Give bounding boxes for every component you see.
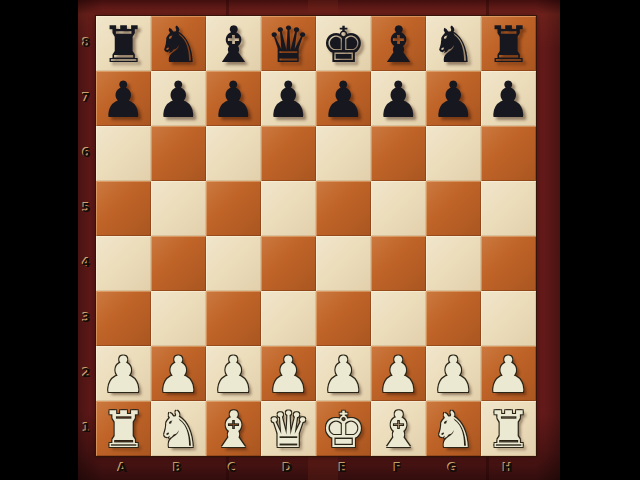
piece-white-bishop[interactable]: ♝ (376, 405, 421, 455)
piece-white-knight[interactable]: ♞ (156, 405, 201, 455)
rank-label-5: 5 (78, 180, 95, 235)
square-d1[interactable]: ♛ (261, 401, 316, 456)
square-g3[interactable] (426, 291, 481, 346)
piece-white-knight[interactable]: ♞ (431, 405, 476, 455)
piece-black-pawn[interactable]: ♟ (266, 75, 311, 125)
piece-white-pawn[interactable]: ♟ (101, 350, 146, 400)
rank-label-1: 1 (78, 400, 95, 455)
square-d8[interactable]: ♛ (261, 16, 316, 71)
file-label-d: D (260, 455, 315, 480)
square-g5[interactable] (426, 181, 481, 236)
piece-black-bishop[interactable]: ♝ (376, 20, 421, 70)
piece-black-rook[interactable]: ♜ (101, 20, 146, 70)
square-d5[interactable] (261, 181, 316, 236)
square-a4[interactable] (96, 236, 151, 291)
rank-label-7: 7 (78, 70, 95, 125)
piece-white-pawn[interactable]: ♟ (211, 350, 256, 400)
square-f1[interactable]: ♝ (371, 401, 426, 456)
square-g6[interactable] (426, 126, 481, 181)
square-g8[interactable]: ♞ (426, 16, 481, 71)
square-f6[interactable] (371, 126, 426, 181)
piece-black-knight[interactable]: ♞ (156, 20, 201, 70)
square-d6[interactable] (261, 126, 316, 181)
file-label-g: G (425, 455, 480, 480)
piece-white-pawn[interactable]: ♟ (156, 350, 201, 400)
square-b3[interactable] (151, 291, 206, 346)
piece-black-pawn[interactable]: ♟ (376, 75, 421, 125)
square-c7[interactable]: ♟ (206, 71, 261, 126)
square-e6[interactable] (316, 126, 371, 181)
square-b5[interactable] (151, 181, 206, 236)
file-label-c: C (205, 455, 260, 480)
piece-black-pawn[interactable]: ♟ (431, 75, 476, 125)
piece-white-pawn[interactable]: ♟ (376, 350, 421, 400)
square-a7[interactable]: ♟ (96, 71, 151, 126)
rank-label-3: 3 (78, 290, 95, 345)
square-c1[interactable]: ♝ (206, 401, 261, 456)
rank-label-4: 4 (78, 235, 95, 290)
square-h4[interactable] (481, 236, 536, 291)
piece-white-pawn[interactable]: ♟ (431, 350, 476, 400)
piece-black-pawn[interactable]: ♟ (101, 75, 146, 125)
square-f2[interactable]: ♟ (371, 346, 426, 401)
file-label-e: E (315, 455, 370, 480)
piece-white-king[interactable]: ♚ (321, 405, 366, 455)
square-h6[interactable] (481, 126, 536, 181)
square-a2[interactable]: ♟ (96, 346, 151, 401)
square-e5[interactable] (316, 181, 371, 236)
square-a1[interactable]: ♜ (96, 401, 151, 456)
piece-black-pawn[interactable]: ♟ (211, 75, 256, 125)
piece-black-pawn[interactable]: ♟ (156, 75, 201, 125)
file-label-h: H (480, 455, 535, 480)
square-b4[interactable] (151, 236, 206, 291)
piece-white-bishop[interactable]: ♝ (211, 405, 256, 455)
piece-black-bishop[interactable]: ♝ (211, 20, 256, 70)
square-b8[interactable]: ♞ (151, 16, 206, 71)
square-h8[interactable]: ♜ (481, 16, 536, 71)
square-e4[interactable] (316, 236, 371, 291)
file-label-a: A (95, 455, 150, 480)
rank-label-6: 6 (78, 125, 95, 180)
square-f3[interactable] (371, 291, 426, 346)
square-f8[interactable]: ♝ (371, 16, 426, 71)
square-e2[interactable]: ♟ (316, 346, 371, 401)
square-f4[interactable] (371, 236, 426, 291)
square-a8[interactable]: ♜ (96, 16, 151, 71)
piece-black-rook[interactable]: ♜ (486, 20, 531, 70)
square-c5[interactable] (206, 181, 261, 236)
square-e1[interactable]: ♚ (316, 401, 371, 456)
piece-white-pawn[interactable]: ♟ (321, 350, 366, 400)
square-f5[interactable] (371, 181, 426, 236)
video-frame: 87654321 ABCDEFGH ♜♞♝♛♚♝♞♜♟♟♟♟♟♟♟♟♟♟♟♟♟♟… (0, 0, 640, 480)
piece-white-rook[interactable]: ♜ (101, 405, 146, 455)
square-c3[interactable] (206, 291, 261, 346)
file-labels: ABCDEFGH (95, 455, 535, 480)
piece-white-pawn[interactable]: ♟ (486, 350, 531, 400)
square-e7[interactable]: ♟ (316, 71, 371, 126)
chess-board: ♜♞♝♛♚♝♞♜♟♟♟♟♟♟♟♟♟♟♟♟♟♟♟♟♜♞♝♛♚♝♞♜ (95, 15, 537, 457)
piece-black-pawn[interactable]: ♟ (486, 75, 531, 125)
rank-label-2: 2 (78, 345, 95, 400)
square-d4[interactable] (261, 236, 316, 291)
board-frame: 87654321 ABCDEFGH ♜♞♝♛♚♝♞♜♟♟♟♟♟♟♟♟♟♟♟♟♟♟… (78, 0, 560, 480)
square-g4[interactable] (426, 236, 481, 291)
square-b1[interactable]: ♞ (151, 401, 206, 456)
square-g7[interactable]: ♟ (426, 71, 481, 126)
square-d2[interactable]: ♟ (261, 346, 316, 401)
square-b6[interactable] (151, 126, 206, 181)
square-a5[interactable] (96, 181, 151, 236)
piece-white-queen[interactable]: ♛ (266, 405, 311, 455)
square-d7[interactable]: ♟ (261, 71, 316, 126)
square-d3[interactable] (261, 291, 316, 346)
rank-label-8: 8 (78, 15, 95, 70)
square-h1[interactable]: ♜ (481, 401, 536, 456)
square-a3[interactable] (96, 291, 151, 346)
square-g2[interactable]: ♟ (426, 346, 481, 401)
piece-white-rook[interactable]: ♜ (486, 405, 531, 455)
piece-white-pawn[interactable]: ♟ (266, 350, 311, 400)
square-c8[interactable]: ♝ (206, 16, 261, 71)
square-h2[interactable]: ♟ (481, 346, 536, 401)
square-c2[interactable]: ♟ (206, 346, 261, 401)
square-h7[interactable]: ♟ (481, 71, 536, 126)
square-b7[interactable]: ♟ (151, 71, 206, 126)
square-e8[interactable]: ♚ (316, 16, 371, 71)
piece-black-queen[interactable]: ♛ (266, 20, 311, 70)
square-c6[interactable] (206, 126, 261, 181)
square-h5[interactable] (481, 181, 536, 236)
square-h3[interactable] (481, 291, 536, 346)
piece-black-king[interactable]: ♚ (321, 20, 366, 70)
rank-labels: 87654321 (78, 15, 95, 455)
file-label-f: F (370, 455, 425, 480)
file-label-b: B (150, 455, 205, 480)
square-c4[interactable] (206, 236, 261, 291)
square-g1[interactable]: ♞ (426, 401, 481, 456)
piece-black-pawn[interactable]: ♟ (321, 75, 366, 125)
square-f7[interactable]: ♟ (371, 71, 426, 126)
square-a6[interactable] (96, 126, 151, 181)
piece-black-knight[interactable]: ♞ (431, 20, 476, 70)
square-e3[interactable] (316, 291, 371, 346)
square-b2[interactable]: ♟ (151, 346, 206, 401)
